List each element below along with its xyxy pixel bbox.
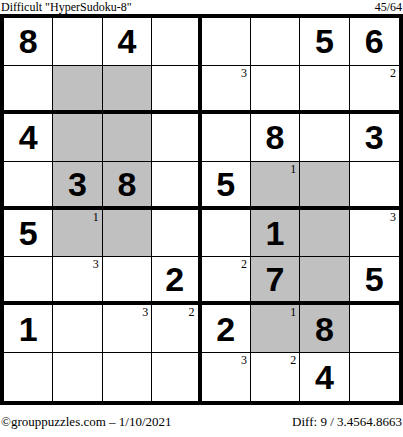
cell-r8c4[interactable] [152,353,201,401]
cell-r4c1[interactable] [4,162,53,210]
cell-r8c6[interactable]: 2 [251,353,300,401]
cell-r3c3[interactable] [103,114,152,162]
cell-r3c1[interactable]: 4 [4,114,53,162]
pencil-mark: 2 [290,353,296,367]
cell-r2c2[interactable] [53,66,102,114]
pencil-mark: 3 [93,257,99,271]
cell-r2c7[interactable] [300,66,349,114]
cell-r4c6[interactable]: 1 [251,162,300,210]
cell-r2c6[interactable] [251,66,300,114]
cell-r3c2[interactable] [53,114,102,162]
pencil-mark: 1 [290,305,296,319]
cell-r1c2[interactable] [53,18,102,66]
given-digit: 3 [68,167,87,201]
given-digit: 7 [266,262,285,296]
cell-r8c8[interactable] [350,353,399,401]
cell-r4c7[interactable] [300,162,349,210]
pencil-mark: 1 [93,210,99,224]
pencil-mark: 3 [390,210,396,224]
cell-r7c6[interactable]: 1 [251,305,300,353]
cell-r2c3[interactable] [103,66,152,114]
cell-r3c7[interactable] [300,114,349,162]
pencil-mark: 2 [241,257,247,271]
cell-r4c8[interactable] [350,162,399,210]
given-digit: 8 [19,24,38,58]
cell-r6c4[interactable]: 2 [152,257,201,305]
given-digit: 2 [165,262,184,296]
sudoku-board: 8456324833851511332275132218324 [0,14,403,405]
cell-r7c7[interactable]: 8 [300,305,349,353]
cell-r2c5[interactable]: 3 [202,66,251,114]
cell-r3c5[interactable] [202,114,251,162]
pencil-mark: 3 [142,305,148,319]
cell-r1c3[interactable]: 4 [103,18,152,66]
pencil-mark: 2 [390,66,396,80]
puzzle-title: Difficult "HyperSudoku-8" [1,1,132,14]
given-digit: 5 [19,216,38,250]
given-digit: 5 [315,24,334,58]
cell-r4c5[interactable]: 5 [202,162,251,210]
cell-r4c4[interactable] [152,162,201,210]
given-digit: 4 [117,24,136,58]
cell-r5c8[interactable]: 3 [350,210,399,258]
pencil-mark: 2 [189,305,195,319]
cell-r6c5[interactable]: 2 [202,257,251,305]
cell-r1c4[interactable] [152,18,201,66]
cell-r5c4[interactable] [152,210,201,258]
cell-r6c3[interactable] [103,257,152,305]
cell-r8c3[interactable] [103,353,152,401]
cell-r2c8[interactable]: 2 [350,66,399,114]
given-digit: 4 [315,360,334,394]
cell-r7c3[interactable]: 3 [103,305,152,353]
cell-r2c1[interactable] [4,66,53,114]
pencil-mark: 3 [241,66,247,80]
pencil-mark: 1 [290,162,296,176]
cell-r8c1[interactable] [4,353,53,401]
given-digit: 8 [315,312,334,346]
pencil-mark: 3 [241,353,247,367]
cell-r8c2[interactable] [53,353,102,401]
cell-r1c1[interactable]: 8 [4,18,53,66]
cell-r6c1[interactable] [4,257,53,305]
cell-r5c5[interactable] [202,210,251,258]
cell-r2c4[interactable] [152,66,201,114]
puzzle-counter: 45/64 [375,1,402,14]
cell-r6c2[interactable]: 3 [53,257,102,305]
cell-r5c2[interactable]: 1 [53,210,102,258]
cell-r7c2[interactable] [53,305,102,353]
cell-r3c4[interactable] [152,114,201,162]
given-digit: 8 [117,167,136,201]
given-digit: 5 [216,167,235,201]
cell-r3c8[interactable]: 3 [350,114,399,162]
cell-r6c6[interactable]: 7 [251,257,300,305]
cell-r3c6[interactable]: 8 [251,114,300,162]
given-digit: 1 [19,312,38,346]
given-digit: 2 [216,312,235,346]
footer: ©grouppuzzles.com – 1/10/2021 Diff: 9 / … [0,405,403,437]
given-digit: 4 [19,120,38,154]
difficulty-rating: Diff: 9 / 3.4564.8663 [292,414,402,430]
copyright-credit: ©grouppuzzles.com – 1/10/2021 [1,414,172,430]
given-digit: 5 [365,262,384,296]
cell-r7c8[interactable] [350,305,399,353]
cell-r1c5[interactable] [202,18,251,66]
cell-r1c8[interactable]: 6 [350,18,399,66]
cell-r1c7[interactable]: 5 [300,18,349,66]
cell-r4c2[interactable]: 3 [53,162,102,210]
given-digit: 1 [266,216,285,250]
cell-r5c1[interactable]: 5 [4,210,53,258]
cell-r5c7[interactable] [300,210,349,258]
cell-r7c4[interactable]: 2 [152,305,201,353]
given-digit: 8 [266,120,285,154]
given-digit: 6 [365,24,384,58]
cell-r6c7[interactable] [300,257,349,305]
cell-r8c7[interactable]: 4 [300,353,349,401]
given-digit: 3 [365,120,384,154]
cell-r4c3[interactable]: 8 [103,162,152,210]
cell-r8c5[interactable]: 3 [202,353,251,401]
header: Difficult "HyperSudoku-8" 45/64 [0,0,403,14]
puzzle-page: Difficult "HyperSudoku-8" 45/64 84563248… [0,0,403,437]
cell-r1c6[interactable] [251,18,300,66]
cell-r5c3[interactable] [103,210,152,258]
cell-r7c1[interactable]: 1 [4,305,53,353]
cell-r7c5[interactable]: 2 [202,305,251,353]
cell-r6c8[interactable]: 5 [350,257,399,305]
cell-r5c6[interactable]: 1 [251,210,300,258]
